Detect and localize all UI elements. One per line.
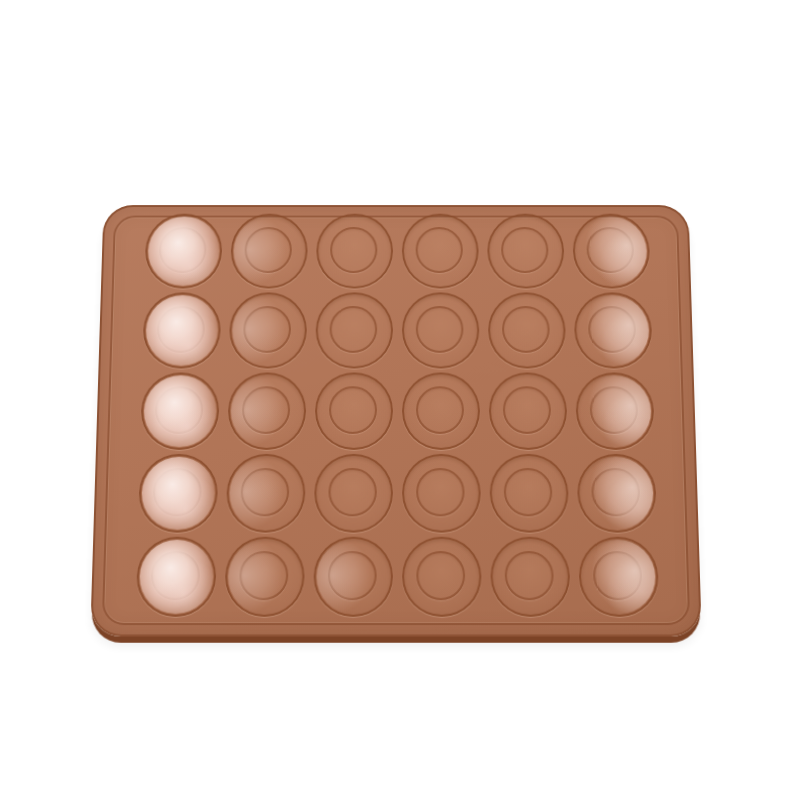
cavity-r2c5	[488, 292, 566, 368]
cavity-inner-ring	[416, 551, 465, 600]
cavity-r5c4	[402, 537, 482, 617]
cavity-r4c4	[402, 454, 481, 533]
cavity-inner-ring	[586, 227, 634, 273]
cavity-inner-ring	[416, 227, 463, 273]
cavity-grid	[136, 214, 660, 617]
cavity-r4c6	[577, 454, 657, 533]
cavity-inner-ring	[504, 551, 553, 600]
cavity-inner-ring	[328, 468, 377, 516]
cavity-inner-ring	[588, 306, 637, 353]
cavity-inner-ring	[157, 306, 206, 353]
cavity-inner-ring	[239, 551, 288, 600]
cavity-inner-ring	[328, 551, 377, 600]
cavity-inner-ring	[152, 468, 201, 516]
cavity-inner-ring	[416, 386, 464, 434]
cavity-inner-ring	[242, 386, 291, 434]
cavity-r2c2	[229, 292, 307, 368]
cavity-r1c4	[402, 214, 479, 289]
cavity-r3c2	[227, 372, 306, 449]
cavity-inner-ring	[240, 468, 289, 516]
macaron-baking-mat	[90, 205, 702, 636]
cavity-r2c4	[402, 292, 480, 368]
cavity-inner-ring	[504, 468, 553, 516]
cavity-r1c2	[230, 214, 308, 289]
cavity-inner-ring	[159, 227, 207, 273]
cavity-r2c3	[315, 292, 393, 368]
cavity-r2c6	[574, 292, 653, 368]
cavity-r1c5	[487, 214, 565, 289]
cavity-r3c1	[140, 372, 220, 449]
cavity-r1c6	[572, 214, 650, 289]
cavity-r1c3	[316, 214, 393, 289]
cavity-inner-ring	[329, 386, 377, 434]
cavity-r5c2	[225, 537, 305, 617]
cavity-r3c5	[489, 372, 568, 449]
cavity-r4c1	[138, 454, 218, 533]
cavity-inner-ring	[416, 306, 464, 353]
cavity-r4c5	[489, 454, 569, 533]
cavity-inner-ring	[589, 386, 638, 434]
cavity-r1c1	[144, 214, 222, 289]
cavity-r5c1	[136, 537, 217, 617]
cavity-r5c6	[578, 537, 659, 617]
cavity-r5c5	[490, 537, 570, 617]
cavity-inner-ring	[244, 227, 292, 273]
cavity-r3c6	[575, 372, 655, 449]
cavity-r5c3	[313, 537, 393, 617]
cavity-inner-ring	[330, 227, 377, 273]
cavity-r4c3	[314, 454, 393, 533]
cavity-inner-ring	[416, 468, 465, 516]
cavity-r3c4	[402, 372, 480, 449]
cavity-inner-ring	[501, 227, 549, 273]
photo-background	[0, 0, 800, 800]
cavity-inner-ring	[593, 551, 643, 600]
cavity-inner-ring	[503, 386, 552, 434]
cavity-r2c1	[142, 292, 221, 368]
cavity-inner-ring	[155, 386, 204, 434]
cavity-r3c3	[315, 372, 393, 449]
cavity-inner-ring	[329, 306, 377, 353]
cavity-inner-ring	[502, 306, 550, 353]
cavity-inner-ring	[243, 306, 291, 353]
cavity-inner-ring	[591, 468, 640, 516]
cavity-r4c2	[226, 454, 306, 533]
cavity-inner-ring	[150, 551, 200, 600]
